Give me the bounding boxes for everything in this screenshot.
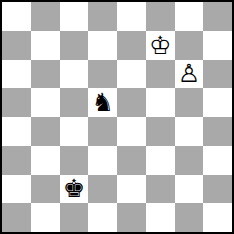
square-g3[interactable]: [175, 146, 204, 175]
square-b7[interactable]: [31, 31, 60, 60]
square-a5[interactable]: [2, 88, 31, 117]
square-g2[interactable]: [175, 175, 204, 204]
square-c1[interactable]: [60, 203, 89, 232]
square-e7[interactable]: [117, 31, 146, 60]
square-h2[interactable]: [203, 175, 232, 204]
square-d7[interactable]: [88, 31, 117, 60]
square-c6[interactable]: [60, 60, 89, 89]
square-g6[interactable]: ♙: [175, 60, 204, 89]
square-b5[interactable]: [31, 88, 60, 117]
white-pawn[interactable]: ♙: [178, 61, 200, 86]
square-h4[interactable]: [203, 117, 232, 146]
square-a1[interactable]: [2, 203, 31, 232]
square-g8[interactable]: [175, 2, 204, 31]
square-h7[interactable]: [203, 31, 232, 60]
square-d4[interactable]: [88, 117, 117, 146]
square-h8[interactable]: [203, 2, 232, 31]
square-h3[interactable]: [203, 146, 232, 175]
square-e1[interactable]: [117, 203, 146, 232]
square-e3[interactable]: [117, 146, 146, 175]
square-h1[interactable]: [203, 203, 232, 232]
square-b1[interactable]: [31, 203, 60, 232]
square-f5[interactable]: [146, 88, 175, 117]
square-g4[interactable]: [175, 117, 204, 146]
square-d2[interactable]: [88, 175, 117, 204]
square-c8[interactable]: [60, 2, 89, 31]
square-f8[interactable]: [146, 2, 175, 31]
square-d8[interactable]: [88, 2, 117, 31]
square-e8[interactable]: [117, 2, 146, 31]
square-e2[interactable]: [117, 175, 146, 204]
square-f3[interactable]: [146, 146, 175, 175]
square-d3[interactable]: [88, 146, 117, 175]
square-h6[interactable]: [203, 60, 232, 89]
square-e5[interactable]: [117, 88, 146, 117]
square-a8[interactable]: [2, 2, 31, 31]
square-a6[interactable]: [2, 60, 31, 89]
square-c2[interactable]: ♚: [60, 175, 89, 204]
square-f4[interactable]: [146, 117, 175, 146]
square-b8[interactable]: [31, 2, 60, 31]
square-c5[interactable]: [60, 88, 89, 117]
square-c4[interactable]: [60, 117, 89, 146]
square-b3[interactable]: [31, 146, 60, 175]
square-h5[interactable]: [203, 88, 232, 117]
black-king[interactable]: ♚: [63, 176, 85, 201]
square-a4[interactable]: [2, 117, 31, 146]
chess-board: ♔♙♞♚: [0, 0, 234, 234]
square-d1[interactable]: [88, 203, 117, 232]
square-c7[interactable]: [60, 31, 89, 60]
white-king[interactable]: ♔: [149, 33, 171, 58]
black-knight[interactable]: ♞: [91, 90, 113, 115]
square-c3[interactable]: [60, 146, 89, 175]
square-f6[interactable]: [146, 60, 175, 89]
square-f1[interactable]: [146, 203, 175, 232]
square-g1[interactable]: [175, 203, 204, 232]
square-e6[interactable]: [117, 60, 146, 89]
square-a2[interactable]: [2, 175, 31, 204]
square-a7[interactable]: [2, 31, 31, 60]
square-b6[interactable]: [31, 60, 60, 89]
square-f7[interactable]: ♔: [146, 31, 175, 60]
square-d6[interactable]: [88, 60, 117, 89]
square-b2[interactable]: [31, 175, 60, 204]
square-d5[interactable]: ♞: [88, 88, 117, 117]
square-a3[interactable]: [2, 146, 31, 175]
square-g5[interactable]: [175, 88, 204, 117]
square-g7[interactable]: [175, 31, 204, 60]
square-f2[interactable]: [146, 175, 175, 204]
square-b4[interactable]: [31, 117, 60, 146]
square-e4[interactable]: [117, 117, 146, 146]
